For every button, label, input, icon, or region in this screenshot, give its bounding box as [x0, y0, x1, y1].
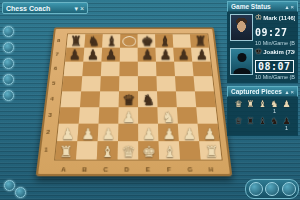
bottom-left-toolbar: [3, 178, 29, 198]
square-f6[interactable]: [156, 62, 175, 77]
game-status-collapse-icon[interactable]: ▴: [285, 4, 288, 10]
sidebar-icon-1[interactable]: [3, 26, 14, 37]
file-label-A: A: [53, 166, 75, 173]
white-piece-f2[interactable]: ♟: [162, 126, 175, 141]
square-a8[interactable]: ♜: [67, 34, 86, 47]
square-d5[interactable]: [119, 76, 138, 91]
captured-pieces-body: ♛♜♝♞1♟ ♛♜♝♞♟1: [227, 97, 298, 136]
white-piece-e1[interactable]: ♚: [142, 144, 156, 159]
white-rook-icon: ♜: [245, 100, 256, 109]
chess-board[interactable]: 87654321 ♜♞♝♚♝♜♟♟♟♟♟♟♟♛♞♟♞♟♟♟♟♟♟♟♜♝♛♚♝♜ …: [36, 27, 233, 176]
square-g5[interactable]: [175, 76, 195, 91]
square-b6[interactable]: [82, 62, 101, 77]
player-black-row[interactable]: ♚ Joakim (730) 08:07 10 Min/Game (Blitz): [230, 48, 295, 80]
square-c7[interactable]: ♟: [102, 48, 120, 62]
square-f8[interactable]: ♝: [155, 34, 173, 47]
bottom-right-button-1[interactable]: [249, 182, 263, 196]
captured-white-queen: ♛: [233, 100, 244, 115]
square-b4[interactable]: [80, 91, 100, 107]
square-h3[interactable]: [196, 107, 217, 124]
black-piece-b8[interactable]: ♞: [87, 35, 99, 48]
square-e5[interactable]: [138, 76, 157, 91]
rank-label-6: 6: [53, 61, 58, 76]
square-h1[interactable]: ♜: [199, 141, 221, 159]
square-c3[interactable]: [99, 107, 119, 124]
sidebar-icon-2[interactable]: [3, 42, 14, 53]
window-title-bar[interactable]: Chess Coach ▾ ×: [2, 2, 88, 14]
captured-pieces-title: Captured Pieces: [231, 88, 283, 95]
square-e6[interactable]: [138, 62, 157, 77]
bottom-left-icon-1[interactable]: [4, 180, 15, 191]
captured-black-rook: ♜: [245, 117, 256, 132]
captured-white-row: ♛♜♝♞1♟: [230, 99, 295, 116]
square-c8[interactable]: ♝: [102, 34, 120, 47]
white-piece-d3[interactable]: ♟: [122, 109, 135, 124]
black-piece-d4[interactable]: ♛: [122, 93, 135, 107]
sidebar-toolbar: [3, 26, 14, 101]
file-label-D: D: [116, 166, 137, 173]
white-piece-c1[interactable]: ♝: [100, 144, 114, 159]
file-label-H: H: [200, 166, 222, 173]
square-e3[interactable]: [138, 107, 158, 124]
square-a1[interactable]: ♜: [55, 141, 77, 159]
move-hint-ring: [122, 36, 136, 46]
white-piece-f3[interactable]: ♞: [161, 109, 174, 124]
white-piece-e2[interactable]: ♟: [142, 126, 155, 141]
black-piece-b7[interactable]: ♟: [86, 48, 98, 61]
captured-collapse-icon[interactable]: ▴: [285, 89, 288, 95]
square-g1[interactable]: [179, 141, 201, 159]
black-piece-e7[interactable]: ♟: [141, 48, 153, 61]
board-grid: ♜♞♝♚♝♜♟♟♟♟♟♟♟♛♞♟♞♟♟♟♟♟♟♟♜♝♛♚♝♜: [54, 34, 223, 161]
square-a2[interactable]: ♟: [57, 124, 79, 141]
white-piece-f1[interactable]: ♝: [163, 144, 177, 159]
square-d7[interactable]: [120, 48, 138, 62]
black-piece-e8[interactable]: ♚: [141, 35, 153, 48]
captured-count: [233, 126, 244, 132]
black-piece-c8[interactable]: ♝: [105, 35, 117, 48]
white-piece-c2[interactable]: ♟: [101, 126, 114, 141]
square-g3[interactable]: [177, 107, 198, 124]
captured-white-knight: ♞1: [269, 100, 280, 115]
white-piece-d1[interactable]: ♛: [121, 144, 135, 159]
square-a5[interactable]: [62, 76, 82, 91]
square-g6[interactable]: [174, 62, 193, 77]
square-g8[interactable]: [173, 34, 192, 47]
rank-label-5: 5: [51, 75, 56, 90]
black-piece-a7[interactable]: ♟: [68, 48, 80, 61]
rank-label-1: 1: [43, 140, 49, 158]
square-g2[interactable]: ♟: [178, 124, 199, 141]
captured-white-rook: ♜: [245, 100, 256, 115]
file-label-E: E: [137, 166, 158, 173]
white-king-icon: ♔: [255, 14, 262, 22]
square-h6[interactable]: [192, 62, 212, 77]
black-queen-icon: ♛: [233, 117, 244, 126]
window-title: Chess Coach: [6, 5, 72, 12]
player-black-clock: 08:07: [255, 60, 294, 73]
black-piece-g7[interactable]: ♟: [177, 48, 189, 61]
rank-label-2: 2: [45, 123, 51, 140]
square-h5[interactable]: [194, 76, 214, 91]
square-h8[interactable]: ♜: [190, 34, 209, 47]
white-piece-b2[interactable]: ♟: [81, 126, 94, 141]
square-c2[interactable]: ♟: [98, 124, 119, 141]
captured-white-bishop: ♝: [257, 100, 268, 115]
black-king-icon: ♚: [255, 48, 262, 56]
file-label-B: B: [74, 166, 95, 173]
square-a4[interactable]: [61, 91, 82, 107]
black-piece-c7[interactable]: ♟: [105, 48, 117, 61]
bottom-right-button-3[interactable]: [282, 182, 296, 196]
square-d3[interactable]: ♟: [118, 107, 138, 124]
white-piece-a2[interactable]: ♟: [61, 126, 74, 141]
square-e1[interactable]: ♚: [138, 141, 159, 159]
captured-black-queen: ♛: [233, 117, 244, 132]
player-white-avatar: [230, 14, 253, 41]
black-piece-f8[interactable]: ♝: [159, 35, 171, 48]
square-b7[interactable]: ♟: [83, 48, 102, 62]
captured-count: [269, 126, 280, 132]
square-e8[interactable]: ♚: [138, 34, 156, 47]
black-knight-icon: ♞: [269, 117, 280, 126]
black-piece-e4[interactable]: ♞: [141, 93, 154, 107]
square-d4[interactable]: ♛: [119, 91, 138, 107]
captured-count: [281, 109, 292, 115]
black-piece-a8[interactable]: ♜: [70, 35, 82, 48]
square-h7[interactable]: ♟: [191, 48, 210, 62]
captured-white-pawn: ♟: [281, 100, 292, 115]
square-f3[interactable]: ♞: [157, 107, 177, 124]
square-b2[interactable]: ♟: [77, 124, 98, 141]
black-piece-h7[interactable]: ♟: [195, 48, 207, 61]
square-c4[interactable]: [99, 91, 119, 107]
white-pawn-icon: ♟: [281, 100, 292, 109]
square-c1[interactable]: ♝: [97, 141, 118, 159]
square-e4[interactable]: ♞: [138, 91, 157, 107]
bottom-left-icon-2[interactable]: [15, 187, 26, 198]
captured-black-row: ♛♜♝♞♟1: [230, 116, 295, 133]
square-g4[interactable]: [176, 91, 196, 107]
square-c5[interactable]: [100, 76, 119, 91]
captured-count: [245, 109, 256, 115]
bottom-right-button-2[interactable]: [265, 182, 279, 196]
captured-count: [233, 109, 244, 115]
white-piece-g2[interactable]: ♟: [182, 126, 195, 141]
black-piece-h8[interactable]: ♜: [194, 35, 206, 48]
file-label-C: C: [95, 166, 116, 173]
square-f2[interactable]: ♟: [158, 124, 179, 141]
captured-pieces-header[interactable]: Captured Pieces ▴ ×: [227, 86, 298, 97]
white-piece-h2[interactable]: ♟: [203, 126, 216, 141]
square-f1[interactable]: ♝: [159, 141, 180, 159]
square-b3[interactable]: [79, 107, 100, 124]
square-d6[interactable]: [119, 62, 138, 77]
white-queen-icon: ♛: [233, 100, 244, 109]
player-black-name: Joakim (730): [263, 49, 295, 55]
rank-label-4: 4: [49, 90, 54, 106]
player-black-avatar: [230, 48, 253, 75]
game-status-title: Game Status: [231, 3, 283, 10]
square-e2[interactable]: ♟: [138, 124, 158, 141]
square-f5[interactable]: [156, 76, 175, 91]
captured-black-knight: ♞: [269, 117, 280, 132]
captured-close-icon[interactable]: ×: [290, 89, 294, 95]
square-h2[interactable]: ♟: [198, 124, 220, 141]
square-a6[interactable]: [64, 62, 84, 77]
player-white-name: Mark (1146): [263, 15, 295, 21]
square-e7[interactable]: ♟: [138, 48, 156, 62]
rank-label-8: 8: [56, 34, 61, 47]
right-panel: Game Status ▴ × ♔ Mark (1146) 09:27 10 M…: [227, 1, 298, 136]
white-bishop-icon: ♝: [257, 100, 268, 109]
file-label-F: F: [158, 166, 179, 173]
sidebar-icon-5[interactable]: [3, 90, 14, 101]
white-piece-a1[interactable]: ♜: [59, 144, 73, 159]
chess-board-area: 87654321 ♜♞♝♚♝♜♟♟♟♟♟♟♟♛♞♟♞♟♟♟♟♟♟♟♜♝♛♚♝♜ …: [42, 16, 226, 180]
game-status-close-icon[interactable]: ×: [290, 4, 294, 10]
game-status-header[interactable]: Game Status ▴ ×: [227, 1, 298, 12]
captured-count: [257, 126, 268, 132]
sidebar-icon-4[interactable]: [3, 74, 14, 85]
rank-label-7: 7: [55, 47, 60, 61]
square-a7[interactable]: ♟: [65, 48, 84, 62]
captured-black-bishop: ♝: [257, 117, 268, 132]
square-d8[interactable]: [120, 34, 138, 47]
square-g7[interactable]: ♟: [173, 48, 192, 62]
black-piece-f7[interactable]: ♟: [159, 48, 171, 61]
rank-label-3: 3: [47, 106, 52, 123]
square-f7[interactable]: ♟: [156, 48, 175, 62]
black-rook-icon: ♜: [245, 117, 256, 126]
square-b8[interactable]: ♞: [84, 34, 102, 47]
square-d2[interactable]: [118, 124, 138, 141]
square-a3[interactable]: [59, 107, 80, 124]
close-icon[interactable]: ×: [80, 5, 84, 12]
square-b5[interactable]: [81, 76, 101, 91]
sidebar-icon-3[interactable]: [3, 58, 14, 69]
captured-count: 1: [269, 109, 280, 115]
player-white-clock: 09:27: [255, 27, 288, 38]
white-piece-h1[interactable]: ♜: [204, 144, 218, 159]
captured-count: [245, 126, 256, 132]
captured-black-pawn: ♟1: [281, 117, 292, 132]
square-c6[interactable]: [101, 62, 120, 77]
player-white-row[interactable]: ♔ Mark (1146) 09:27 10 Min/Game (Blitz): [230, 14, 295, 46]
file-labels: ABCDEFGH: [53, 166, 222, 173]
chess-coach-window: Chess Coach ▾ × 87654321 ♜♞♝♚♝♜♟♟♟♟♟♟♟♛♞…: [0, 0, 300, 200]
square-h4[interactable]: [195, 91, 216, 107]
square-b1[interactable]: [76, 141, 98, 159]
file-label-G: G: [179, 166, 201, 173]
captured-count: 1: [281, 126, 292, 132]
collapse-icon[interactable]: ▾: [74, 5, 78, 12]
bottom-right-toolbar: [245, 179, 299, 199]
captured-count: [257, 109, 268, 115]
player-white-time-control: 10 Min/Game (Blitz): [255, 40, 295, 46]
square-f4[interactable]: [157, 91, 177, 107]
black-bishop-icon: ♝: [257, 117, 268, 126]
game-status-body: ♔ Mark (1146) 09:27 10 Min/Game (Blitz) …: [227, 12, 298, 83]
square-d1[interactable]: ♛: [118, 141, 139, 159]
player-black-time-control: 10 Min/Game (Blitz): [255, 74, 295, 80]
